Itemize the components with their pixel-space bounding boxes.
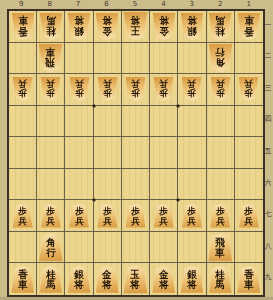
- piece-kanji: 兵: [18, 217, 27, 227]
- piece-kanji: 香: [244, 25, 254, 36]
- piece-kanji: 兵: [159, 79, 168, 89]
- square-4八[interactable]: [150, 232, 178, 264]
- piece-kanji: 行: [215, 46, 225, 57]
- square-7一[interactable]: 銀将: [65, 11, 93, 43]
- gote-s-piece[interactable]: 銀将: [180, 13, 204, 40]
- piece-kanji: 将: [159, 15, 169, 26]
- piece-kanji: 兵: [216, 217, 225, 227]
- square-4六[interactable]: [150, 169, 178, 201]
- square-6一[interactable]: 金将: [94, 11, 122, 43]
- piece-kanji: 兵: [188, 79, 197, 89]
- square-9六[interactable]: [9, 169, 37, 201]
- file-labels: 987654321: [7, 0, 263, 8]
- square-1五[interactable]: [235, 137, 263, 169]
- piece-kanji: 歩: [216, 88, 225, 98]
- square-3八[interactable]: [178, 232, 206, 264]
- square-1六[interactable]: [235, 169, 263, 201]
- sente-g-piece[interactable]: 金将: [152, 266, 176, 293]
- sente-p-piece[interactable]: 歩兵: [40, 204, 61, 228]
- gote-p-piece[interactable]: 歩兵: [12, 77, 33, 101]
- piece-kanji: 兵: [216, 79, 225, 89]
- piece-kanji: 将: [187, 15, 197, 26]
- square-7二[interactable]: [65, 43, 93, 75]
- file-label-7: 7: [64, 0, 92, 8]
- piece-kanji: 兵: [131, 217, 140, 227]
- square-3九[interactable]: 銀将: [178, 263, 206, 295]
- square-8三[interactable]: 歩兵: [37, 74, 65, 106]
- square-3五[interactable]: [178, 137, 206, 169]
- piece-kanji: 兵: [131, 79, 140, 89]
- square-3三[interactable]: 歩兵: [178, 74, 206, 106]
- piece-kanji: 将: [131, 15, 141, 26]
- gote-l-piece[interactable]: 香車: [237, 13, 261, 40]
- file-label-8: 8: [35, 0, 63, 8]
- piece-kanji: 将: [103, 15, 113, 26]
- square-2六[interactable]: [207, 169, 235, 201]
- square-8五[interactable]: [37, 137, 65, 169]
- piece-kanji: 歩: [188, 88, 197, 98]
- gote-p-piece[interactable]: 歩兵: [210, 77, 231, 101]
- square-3七[interactable]: 歩兵: [178, 200, 206, 232]
- piece-kanji: 将: [74, 280, 84, 291]
- square-4一[interactable]: 金将: [150, 11, 178, 43]
- gote-p-piece[interactable]: 歩兵: [97, 77, 118, 101]
- gote-b-piece[interactable]: 角行: [208, 44, 233, 72]
- piece-kanji: 馬: [215, 280, 225, 291]
- piece-kanji: 車: [18, 280, 28, 291]
- piece-kanji: 行: [46, 248, 56, 259]
- square-5三[interactable]: 歩兵: [122, 74, 150, 106]
- piece-kanji: 兵: [47, 79, 56, 89]
- piece-kanji: 将: [159, 280, 169, 291]
- gote-p-piece[interactable]: 歩兵: [153, 77, 174, 101]
- square-4二[interactable]: [150, 43, 178, 75]
- hoshi-dot: [177, 199, 180, 202]
- square-9八[interactable]: [9, 232, 37, 264]
- square-1八[interactable]: [235, 232, 263, 264]
- sente-p-piece[interactable]: 歩兵: [125, 204, 146, 228]
- square-8二[interactable]: 飛車: [37, 43, 65, 75]
- piece-kanji: 歩: [75, 88, 84, 98]
- sente-n-piece[interactable]: 桂馬: [39, 266, 63, 293]
- square-5八[interactable]: [122, 232, 150, 264]
- file-label-4: 4: [149, 0, 177, 8]
- piece-kanji: 兵: [159, 217, 168, 227]
- piece-kanji: 兵: [245, 217, 254, 227]
- square-7九[interactable]: 銀将: [65, 263, 93, 295]
- square-8六[interactable]: [37, 169, 65, 201]
- square-1三[interactable]: 歩兵: [235, 74, 263, 106]
- square-4三[interactable]: 歩兵: [150, 74, 178, 106]
- piece-kanji: 車: [215, 248, 225, 259]
- piece-kanji: 将: [131, 280, 141, 291]
- square-3四[interactable]: [178, 106, 206, 138]
- piece-kanji: 桂: [215, 25, 225, 36]
- square-1七[interactable]: 歩兵: [235, 200, 263, 232]
- square-9五[interactable]: [9, 137, 37, 169]
- piece-kanji: 金: [103, 25, 113, 36]
- gote-s-piece[interactable]: 銀将: [67, 13, 91, 40]
- gote-g-piece[interactable]: 金将: [95, 13, 119, 40]
- square-2四[interactable]: [207, 106, 235, 138]
- square-6八[interactable]: [94, 232, 122, 264]
- square-7六[interactable]: [65, 169, 93, 201]
- sente-r-piece[interactable]: 飛車: [208, 233, 233, 261]
- piece-kanji: 車: [244, 15, 254, 26]
- piece-kanji: 兵: [103, 79, 112, 89]
- sente-p-piece[interactable]: 歩兵: [69, 204, 90, 228]
- piece-kanji: 車: [244, 280, 254, 291]
- square-5四[interactable]: [122, 106, 150, 138]
- file-label-2: 2: [206, 0, 234, 8]
- square-2三[interactable]: 歩兵: [207, 74, 235, 106]
- square-9一[interactable]: 香車: [9, 11, 37, 43]
- sente-p-piece[interactable]: 歩兵: [12, 204, 33, 228]
- sente-s-piece[interactable]: 銀将: [67, 266, 91, 293]
- square-2七[interactable]: 歩兵: [207, 200, 235, 232]
- square-4四[interactable]: [150, 106, 178, 138]
- piece-kanji: 将: [74, 15, 84, 26]
- square-8九[interactable]: 桂馬: [37, 263, 65, 295]
- gote-g-piece[interactable]: 金将: [152, 13, 176, 40]
- piece-kanji: 車: [46, 46, 56, 57]
- square-8一[interactable]: 桂馬: [37, 11, 65, 43]
- file-label-9: 9: [7, 0, 35, 8]
- square-7三[interactable]: 歩兵: [65, 74, 93, 106]
- square-1九[interactable]: 香車: [235, 263, 263, 295]
- sente-p-piece[interactable]: 歩兵: [210, 204, 231, 228]
- square-5六[interactable]: [122, 169, 150, 201]
- piece-kanji: 将: [187, 280, 197, 291]
- piece-kanji: 歩: [159, 88, 168, 98]
- piece-kanji: 香: [18, 25, 28, 36]
- file-label-6: 6: [92, 0, 120, 8]
- piece-kanji: 兵: [188, 217, 197, 227]
- square-5五[interactable]: [122, 137, 150, 169]
- piece-kanji: 歩: [103, 88, 112, 98]
- square-7五[interactable]: [65, 137, 93, 169]
- piece-kanji: 兵: [18, 79, 27, 89]
- sente-l-piece[interactable]: 香車: [237, 266, 261, 293]
- square-4七[interactable]: 歩兵: [150, 200, 178, 232]
- square-8七[interactable]: 歩兵: [37, 200, 65, 232]
- file-label-5: 5: [121, 0, 149, 8]
- square-7八[interactable]: [65, 232, 93, 264]
- gote-p-piece[interactable]: 歩兵: [40, 77, 61, 101]
- sente-l-piece[interactable]: 香車: [11, 266, 35, 293]
- square-6四[interactable]: [94, 106, 122, 138]
- piece-kanji: 歩: [131, 88, 140, 98]
- square-1二[interactable]: [235, 43, 263, 75]
- file-label-1: 1: [235, 0, 263, 8]
- gote-p-piece[interactable]: 歩兵: [69, 77, 90, 101]
- piece-kanji: 車: [18, 15, 28, 26]
- square-2一[interactable]: 桂馬: [207, 11, 235, 43]
- gote-p-piece[interactable]: 歩兵: [238, 77, 259, 101]
- square-6二[interactable]: [94, 43, 122, 75]
- piece-kanji: 歩: [18, 88, 27, 98]
- square-4九[interactable]: 金将: [150, 263, 178, 295]
- sente-s-piece[interactable]: 銀将: [180, 266, 204, 293]
- file-label-3: 3: [178, 0, 206, 8]
- piece-kanji: 馬: [215, 15, 225, 26]
- gote-p-piece[interactable]: 歩兵: [181, 77, 202, 101]
- piece-kanji: 兵: [75, 217, 84, 227]
- piece-kanji: 馬: [46, 15, 56, 26]
- piece-kanji: 桂: [46, 25, 56, 36]
- square-5九[interactable]: 玉将: [122, 263, 150, 295]
- square-6五[interactable]: [94, 137, 122, 169]
- square-9二[interactable]: [9, 43, 37, 75]
- piece-kanji: 角: [215, 57, 225, 68]
- square-2九[interactable]: 桂馬: [207, 263, 235, 295]
- square-9七[interactable]: 歩兵: [9, 200, 37, 232]
- square-8八[interactable]: 角行: [37, 232, 65, 264]
- square-9四[interactable]: [9, 106, 37, 138]
- piece-kanji: 金: [159, 25, 169, 36]
- square-5二[interactable]: [122, 43, 150, 75]
- sente-n-piece[interactable]: 桂馬: [208, 266, 232, 293]
- gote-l-piece[interactable]: 香車: [11, 13, 35, 40]
- gote-r-piece[interactable]: 飛車: [38, 44, 63, 72]
- square-6七[interactable]: 歩兵: [94, 200, 122, 232]
- square-6九[interactable]: 金将: [94, 263, 122, 295]
- piece-kanji: 歩: [47, 88, 56, 98]
- piece-kanji: 銀: [74, 25, 84, 36]
- square-3六[interactable]: [178, 169, 206, 201]
- piece-kanji: 馬: [46, 280, 56, 291]
- square-1一[interactable]: 香車: [235, 11, 263, 43]
- square-3二[interactable]: [178, 43, 206, 75]
- square-8四[interactable]: [37, 106, 65, 138]
- square-2八[interactable]: 飛車: [207, 232, 235, 264]
- square-9九[interactable]: 香車: [9, 263, 37, 295]
- piece-kanji: 兵: [103, 217, 112, 227]
- square-7四[interactable]: [65, 106, 93, 138]
- piece-kanji: 王: [131, 25, 141, 36]
- sente-g-piece[interactable]: 金将: [95, 266, 119, 293]
- gote-k-piece[interactable]: 王将: [123, 12, 148, 40]
- piece-kanji: 飛: [46, 57, 56, 68]
- hoshi-dot: [92, 199, 95, 202]
- sente-p-piece[interactable]: 歩兵: [238, 204, 259, 228]
- square-2二[interactable]: 角行: [207, 43, 235, 75]
- sente-k-piece[interactable]: 玉将: [123, 265, 148, 293]
- piece-kanji: 将: [103, 280, 113, 291]
- square-4五[interactable]: [150, 137, 178, 169]
- gote-p-piece[interactable]: 歩兵: [125, 77, 146, 101]
- sente-p-piece[interactable]: 歩兵: [153, 204, 174, 228]
- piece-kanji: 銀: [187, 25, 197, 36]
- piece-kanji: 歩: [245, 88, 254, 98]
- hoshi-dot: [92, 104, 95, 107]
- shogi-app: 987654321 一二三四五六七八九 香車桂馬銀将金将王将金将銀将桂馬香車飛車…: [0, 0, 273, 300]
- square-2五[interactable]: [207, 137, 235, 169]
- square-7七[interactable]: 歩兵: [65, 200, 93, 232]
- square-6三[interactable]: 歩兵: [94, 74, 122, 106]
- hoshi-dot: [177, 104, 180, 107]
- square-1四[interactable]: [235, 106, 263, 138]
- piece-kanji: 兵: [75, 79, 84, 89]
- square-3一[interactable]: 銀将: [178, 11, 206, 43]
- square-6六[interactable]: [94, 169, 122, 201]
- sente-p-piece[interactable]: 歩兵: [181, 204, 202, 228]
- sente-p-piece[interactable]: 歩兵: [97, 204, 118, 228]
- piece-kanji: 兵: [47, 217, 56, 227]
- gote-n-piece[interactable]: 桂馬: [208, 13, 232, 40]
- piece-kanji: 兵: [245, 79, 254, 89]
- square-5一[interactable]: 王将: [122, 11, 150, 43]
- shogi-board: 香車桂馬銀将金将王将金将銀将桂馬香車飛車角行歩兵歩兵歩兵歩兵歩兵歩兵歩兵歩兵歩兵…: [7, 9, 265, 297]
- sente-b-piece[interactable]: 角行: [38, 233, 63, 261]
- square-9三[interactable]: 歩兵: [9, 74, 37, 106]
- gote-n-piece[interactable]: 桂馬: [39, 13, 63, 40]
- square-5七[interactable]: 歩兵: [122, 200, 150, 232]
